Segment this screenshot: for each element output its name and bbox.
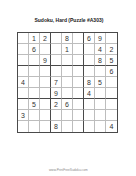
sudoku-cell-r7c1[interactable] — [18, 99, 29, 110]
sudoku-cell-r7c4[interactable]: 2 — [51, 99, 62, 110]
sudoku-cell-r8c6[interactable] — [73, 110, 84, 121]
sudoku-cell-r1c5[interactable]: 8 — [62, 33, 73, 44]
sudoku-cell-r8c2[interactable] — [29, 110, 40, 121]
sudoku-cell-r5c6[interactable] — [73, 77, 84, 88]
sudoku-cell-r3c2[interactable] — [29, 55, 40, 66]
sudoku-cell-r2c2[interactable]: 6 — [29, 44, 40, 55]
sudoku-cell-r5c7[interactable]: 8 — [84, 77, 95, 88]
sudoku-cell-r2c5[interactable]: 1 — [62, 44, 73, 55]
sudoku-cell-r6c8[interactable] — [95, 88, 106, 99]
sudoku-cell-r3c8[interactable]: 8 — [95, 55, 106, 66]
sudoku-cell-r2c3[interactable] — [40, 44, 51, 55]
sudoku-cell-r3c5[interactable] — [62, 55, 73, 66]
sudoku-cell-r3c9[interactable]: 5 — [106, 55, 117, 66]
sudoku-cell-r2c9[interactable]: 2 — [106, 44, 117, 55]
sudoku-cell-r6c3[interactable] — [40, 88, 51, 99]
sudoku-cell-r6c1[interactable] — [18, 88, 29, 99]
sudoku-cell-r3c3[interactable]: 9 — [40, 55, 51, 66]
sudoku-cell-r9c2[interactable] — [29, 121, 40, 132]
sudoku-cell-r7c7[interactable] — [84, 99, 95, 110]
sudoku-cell-r9c1[interactable] — [18, 121, 29, 132]
sudoku-cell-r8c9[interactable] — [106, 110, 117, 121]
sudoku-cell-r9c8[interactable] — [95, 121, 106, 132]
sudoku-cell-r9c9[interactable]: 4 — [106, 121, 117, 132]
sudoku-cell-r8c5[interactable] — [62, 110, 73, 121]
sudoku-cell-r5c8[interactable]: 5 — [95, 77, 106, 88]
sudoku-cell-r8c7[interactable] — [84, 110, 95, 121]
sudoku-cell-r7c6[interactable] — [73, 99, 84, 110]
page-footer: www.PrintFreeSudoku.com — [0, 159, 136, 176]
page-title: Sudoku, Hard (Puzzle #A303) — [0, 10, 136, 28]
sudoku-cell-r4c7[interactable] — [84, 66, 95, 77]
sudoku-cell-r5c9[interactable] — [106, 77, 117, 88]
sudoku-cell-r7c9[interactable] — [106, 99, 117, 110]
footer-url-text: www.PrintFreeSudoku.com — [49, 168, 88, 172]
sudoku-cell-r5c1[interactable]: 4 — [18, 77, 29, 88]
page-title-text: Sudoku, Hard (Puzzle #A303) — [34, 18, 103, 24]
sudoku-cell-r9c4[interactable]: 8 — [51, 121, 62, 132]
sudoku-cell-r8c1[interactable]: 3 — [18, 110, 29, 121]
sudoku-cell-r9c5[interactable] — [62, 121, 73, 132]
sudoku-cell-r4c1[interactable] — [18, 66, 29, 77]
sudoku-cell-r7c5[interactable]: 6 — [62, 99, 73, 110]
sudoku-cell-r9c3[interactable] — [40, 121, 51, 132]
sudoku-cell-r3c4[interactable] — [51, 55, 62, 66]
sudoku-cell-r4c8[interactable] — [95, 66, 106, 77]
sudoku-cell-r8c8[interactable] — [95, 110, 106, 121]
sudoku-cell-r2c6[interactable] — [73, 44, 84, 55]
sudoku-cell-r4c5[interactable] — [62, 66, 73, 77]
sudoku-cell-r6c4[interactable]: 9 — [51, 88, 62, 99]
sudoku-cell-r1c1[interactable] — [18, 33, 29, 44]
sudoku-cell-r1c6[interactable] — [73, 33, 84, 44]
sudoku-cell-r1c2[interactable]: 1 — [29, 33, 40, 44]
sudoku-cell-r5c3[interactable] — [40, 77, 51, 88]
sudoku-cell-r4c4[interactable] — [51, 66, 62, 77]
sudoku-cell-r7c8[interactable] — [95, 99, 106, 110]
sudoku-cell-r2c7[interactable] — [84, 44, 95, 55]
sudoku-cell-r6c7[interactable]: 4 — [84, 88, 95, 99]
sudoku-cell-r3c1[interactable] — [18, 55, 29, 66]
sudoku-cell-r6c6[interactable] — [73, 88, 84, 99]
sudoku-cell-r5c2[interactable] — [29, 77, 40, 88]
sudoku-cell-r2c1[interactable] — [18, 44, 29, 55]
sudoku-cell-r2c8[interactable]: 4 — [95, 44, 106, 55]
sudoku-cell-r4c3[interactable] — [40, 66, 51, 77]
sudoku-cell-r3c6[interactable] — [73, 55, 84, 66]
sudoku-cell-r8c3[interactable] — [40, 110, 51, 121]
sudoku-cell-r2c4[interactable] — [51, 44, 62, 55]
sudoku-cell-r5c4[interactable]: 7 — [51, 77, 62, 88]
sudoku-cell-r4c9[interactable]: 6 — [106, 66, 117, 77]
sudoku-cell-r9c6[interactable] — [73, 121, 84, 132]
sudoku-cell-r3c7[interactable] — [84, 55, 95, 66]
sudoku-board: 1286961429856478594526384 — [17, 32, 118, 133]
sudoku-cell-r1c3[interactable]: 2 — [40, 33, 51, 44]
sudoku-cell-r4c6[interactable] — [73, 66, 84, 77]
sudoku-cell-r6c2[interactable] — [29, 88, 40, 99]
sudoku-cell-r1c4[interactable] — [51, 33, 62, 44]
sudoku-cell-r6c5[interactable] — [62, 88, 73, 99]
sudoku-cell-r6c9[interactable] — [106, 88, 117, 99]
sudoku-page: Sudoku, Hard (Puzzle #A303) 128696142985… — [0, 0, 136, 176]
sudoku-cell-r1c9[interactable] — [106, 33, 117, 44]
sudoku-cell-r4c2[interactable] — [29, 66, 40, 77]
sudoku-cell-r9c7[interactable] — [84, 121, 95, 132]
sudoku-cell-r1c7[interactable]: 6 — [84, 33, 95, 44]
sudoku-cell-r8c4[interactable] — [51, 110, 62, 121]
sudoku-cell-r7c2[interactable]: 5 — [29, 99, 40, 110]
sudoku-cell-r1c8[interactable]: 9 — [95, 33, 106, 44]
sudoku-cell-r5c5[interactable] — [62, 77, 73, 88]
sudoku-cell-r7c3[interactable] — [40, 99, 51, 110]
